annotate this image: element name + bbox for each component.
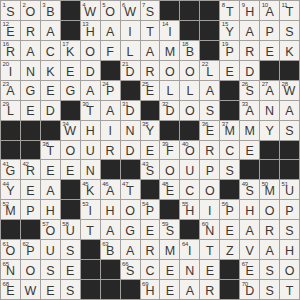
cell-r2c5[interactable]: 13H [81, 21, 100, 40]
cell-r13c4[interactable]: S [61, 240, 80, 259]
cell-r3c6[interactable]: F [101, 41, 120, 60]
cell-r15c8[interactable]: 69H [141, 280, 160, 299]
cell-r3c10[interactable]: 18B [180, 41, 199, 60]
black-cell-r13c5 [81, 240, 100, 259]
cell-r5c4[interactable]: G [61, 81, 80, 100]
cell-r14c10[interactable]: N [180, 260, 199, 279]
cell-letter: U [180, 160, 199, 179]
cell-r4c2[interactable]: N [21, 61, 40, 80]
cell-r3c2[interactable]: A [21, 41, 40, 60]
cell-letter: H [101, 200, 120, 219]
cell-r11c11[interactable]: I [200, 200, 219, 219]
cell-r6c13[interactable]: 33A [240, 101, 259, 120]
cell-r10c5[interactable]: 45K [81, 180, 100, 199]
cell-r10c15[interactable]: 51U [280, 180, 299, 199]
cell-r9c4[interactable]: E [61, 160, 80, 179]
cell-letter: E [200, 260, 219, 279]
cell-r14c1[interactable]: 65N [1, 260, 20, 279]
cell-r1c8[interactable]: 7S [141, 1, 160, 20]
black-cell-r7c1 [1, 121, 20, 140]
black-cell-r14c5 [81, 260, 100, 279]
cell-letter: Y [141, 121, 160, 140]
cell-r13c6[interactable]: 63B [101, 240, 120, 259]
cell-r4c13[interactable]: D [240, 61, 259, 80]
cell-r2c3[interactable]: A [41, 21, 60, 40]
cell-letter: S [260, 280, 279, 299]
cell-r3c7[interactable]: L [121, 41, 140, 60]
cell-r3c15[interactable]: K [280, 41, 299, 60]
cell-letter: I [160, 21, 179, 40]
cell-r3c1[interactable]: 16R [1, 41, 20, 60]
cell-r9c11[interactable]: P [200, 160, 219, 179]
cell-r1c5[interactable]: 4W [81, 1, 100, 20]
cell-letter: P [21, 240, 40, 259]
cell-letter: T [200, 240, 219, 259]
cell-r10c14[interactable]: 50M [260, 180, 279, 199]
cell-letter: P [21, 200, 40, 219]
cell-r3c5[interactable]: O [81, 41, 100, 60]
cell-r7c8[interactable]: 35Y [141, 121, 160, 140]
cell-letter: M [160, 240, 179, 259]
cell-r11c3[interactable]: H [41, 200, 60, 219]
cell-letter: K [280, 41, 299, 60]
cell-r5c2[interactable]: G [21, 81, 40, 100]
cell-r15c15[interactable]: T [280, 280, 299, 299]
cell-letter: E [41, 280, 60, 299]
black-cell-r15c5 [81, 280, 100, 299]
cell-letter: R [141, 61, 160, 80]
cell-r14c7[interactable]: 66S [121, 260, 140, 279]
cell-r2c8[interactable]: T [141, 21, 160, 40]
cell-letter: W [280, 81, 299, 100]
cell-letter: H [141, 280, 160, 299]
cell-letter: P [200, 160, 219, 179]
cell-r15c2[interactable]: W [21, 280, 40, 299]
black-cell-r6c4 [61, 101, 80, 120]
cell-r11c10[interactable]: 55H [180, 200, 199, 219]
cell-r13c8[interactable]: R [141, 240, 160, 259]
cell-r12c15[interactable]: S [280, 220, 299, 239]
cell-r11c5[interactable]: 53I [81, 200, 100, 219]
cell-r6c1[interactable]: 29L [1, 101, 20, 120]
cell-r7c14[interactable]: Y [260, 121, 279, 140]
cell-r12c7[interactable]: G [121, 220, 140, 239]
cell-letter: O [81, 41, 100, 60]
cell-r15c1[interactable]: 68E [1, 280, 20, 299]
cell-r14c15[interactable]: O [280, 260, 299, 279]
cell-letter: E [160, 180, 179, 199]
cell-r6c10[interactable]: O [180, 101, 199, 120]
cell-r2c2[interactable]: R [21, 21, 40, 40]
black-cell-r7c2 [21, 121, 40, 140]
cell-r12c8[interactable]: E [141, 220, 160, 239]
cell-r14c8[interactable]: C [141, 260, 160, 279]
cell-r8c13[interactable]: E [240, 141, 259, 160]
cell-r10c7[interactable]: 47T [121, 180, 140, 199]
cell-r12c4[interactable]: 58U [61, 220, 80, 239]
cell-r6c7[interactable]: 31D [121, 101, 140, 120]
black-cell-r9c13 [240, 160, 259, 179]
cell-r4c12[interactable]: E [220, 61, 239, 80]
cell-letter: S [61, 280, 80, 299]
cell-r3c4[interactable]: 17K [61, 41, 80, 60]
cell-r6c9[interactable]: 32D [160, 101, 179, 120]
cell-letter: S [200, 101, 219, 120]
cell-letter: E [240, 141, 259, 160]
cell-letter: O [160, 160, 179, 179]
cell-r14c4[interactable]: E [61, 260, 80, 279]
cell-r15c11[interactable]: R [200, 280, 219, 299]
cell-r5c15[interactable]: 28W [280, 81, 299, 100]
cell-r10c11[interactable]: O [200, 180, 219, 199]
cell-r8c11[interactable]: R [200, 141, 219, 160]
black-cell-r2c4 [61, 21, 80, 40]
cell-r9c3[interactable]: E [41, 160, 60, 179]
cell-r6c11[interactable]: S [200, 101, 219, 120]
cell-r7c13[interactable]: M [240, 121, 259, 140]
cell-letter: A [41, 21, 60, 40]
cell-letter: A [240, 101, 259, 120]
cell-letter: S [160, 220, 179, 239]
black-cell-r5c12 [220, 81, 239, 100]
cell-letter: A [240, 220, 259, 239]
black-cell-r7c9 [160, 121, 179, 140]
cell-r6c5[interactable]: 30T [81, 101, 100, 120]
cell-r13c2[interactable]: 62P [21, 240, 40, 259]
black-cell-r9c7 [121, 160, 140, 179]
cell-r9c1[interactable]: 41G [1, 160, 20, 179]
cell-letter: M [220, 121, 239, 140]
cell-r9c12[interactable]: S [220, 160, 239, 179]
cell-letter: N [121, 121, 140, 140]
cell-r11c8[interactable]: 54P [141, 200, 160, 219]
cell-letter: S [41, 260, 60, 279]
cell-r5c1[interactable]: 23A [1, 81, 20, 100]
cell-r15c4[interactable]: S [61, 280, 80, 299]
cell-letter: R [21, 160, 40, 179]
cell-r13c10[interactable]: 64I [180, 240, 199, 259]
cell-r7c6[interactable]: I [101, 121, 120, 140]
black-cell-r15c6 [101, 280, 120, 299]
cell-letter: C [141, 260, 160, 279]
cell-letter: R [260, 220, 279, 239]
cell-letter: R [101, 141, 120, 160]
cell-r1c1[interactable]: 1S [1, 1, 20, 20]
cell-r2c14[interactable]: P [260, 21, 279, 40]
cell-r4c4[interactable]: E [61, 61, 80, 80]
cell-r6c14[interactable]: N [260, 101, 279, 120]
cell-r11c6[interactable]: H [101, 200, 120, 219]
cell-r7c15[interactable]: S [280, 121, 299, 140]
cell-r11c2[interactable]: P [21, 200, 40, 219]
cell-r13c11[interactable]: T [200, 240, 219, 259]
cell-r1c7[interactable]: 6W [121, 1, 140, 20]
cell-letter: E [220, 61, 239, 80]
cell-r12c12[interactable]: E [220, 220, 239, 239]
black-cell-r15c7 [121, 280, 140, 299]
cell-letter: G [1, 160, 20, 179]
cell-letter: D [121, 141, 140, 160]
cell-r12c14[interactable]: R [260, 220, 279, 239]
black-cell-r10c8 [141, 180, 160, 199]
cell-letter: O [101, 1, 120, 20]
cell-letter: O [260, 200, 279, 219]
cell-letter: A [21, 41, 40, 60]
cell-r1c13[interactable]: 9H [240, 1, 259, 20]
cell-letter: E [21, 101, 40, 120]
cell-r10c13[interactable]: 49S [240, 180, 259, 199]
black-cell-r9c6 [101, 160, 120, 179]
cell-r3c9[interactable]: M [160, 41, 179, 60]
cell-r2c12[interactable]: 15Y [220, 21, 239, 40]
cell-r11c13[interactable]: H [240, 200, 259, 219]
cell-letter: I [81, 200, 100, 219]
cell-r12c13[interactable]: A [240, 220, 259, 239]
cell-letter: S [141, 1, 160, 20]
cell-r8c6[interactable]: R [101, 141, 120, 160]
cell-r14c2[interactable]: O [21, 260, 40, 279]
cell-r10c9[interactable]: 48E [160, 180, 179, 199]
cell-r8c10[interactable]: 40O [180, 141, 199, 160]
cell-letter: E [240, 260, 259, 279]
cell-r9c9[interactable]: O [160, 160, 179, 179]
cell-r13c15[interactable]: H [280, 240, 299, 259]
cell-r13c12[interactable]: Z [220, 240, 239, 259]
cell-letter: P [280, 200, 299, 219]
cell-r13c7[interactable]: A [121, 240, 140, 259]
cell-r8c7[interactable]: D [121, 141, 140, 160]
cell-r3c14[interactable]: E [260, 41, 279, 60]
cell-letter: P [101, 81, 120, 100]
cell-letter: T [141, 21, 160, 40]
cell-letter: H [280, 240, 299, 259]
cell-r15c3[interactable]: E [41, 280, 60, 299]
cell-letter: H [81, 21, 100, 40]
cell-r15c13[interactable]: 70D [240, 280, 259, 299]
cell-letter: E [41, 160, 60, 179]
cell-r1c3[interactable]: 3B [41, 1, 60, 20]
cell-r10c6[interactable]: 46A [101, 180, 120, 199]
cell-letter: K [41, 61, 60, 80]
cell-letter: A [260, 240, 279, 259]
cell-r8c12[interactable]: C [220, 141, 239, 160]
black-cell-r7c10 [180, 121, 199, 140]
cell-letter: N [1, 260, 20, 279]
black-cell-r11c4 [61, 200, 80, 219]
black-cell-r8c15 [280, 141, 299, 160]
cell-r2c6[interactable]: A [101, 21, 120, 40]
cell-r10c10[interactable]: C [180, 180, 199, 199]
cell-r8c4[interactable]: O [61, 141, 80, 160]
black-cell-r12c2 [21, 220, 40, 239]
cell-r5c11[interactable]: A [200, 81, 219, 100]
cell-r4c11[interactable]: 22L [200, 61, 219, 80]
cell-letter: B [180, 41, 199, 60]
cell-letter: H [180, 200, 199, 219]
cell-r3c3[interactable]: C [41, 41, 60, 60]
cell-letter: A [41, 180, 60, 199]
cell-r13c3[interactable]: U [41, 240, 60, 259]
black-cell-r12c10 [180, 220, 199, 239]
cell-letter: L [121, 41, 140, 60]
cell-r2c9[interactable]: 14I [160, 21, 179, 40]
black-cell-r5c7 [121, 81, 140, 100]
cell-r14c11[interactable]: E [200, 260, 219, 279]
cell-r12c5[interactable]: T [81, 220, 100, 239]
cell-letter: A [260, 1, 279, 20]
cell-r15c14[interactable]: S [260, 280, 279, 299]
cell-letter: M [260, 180, 279, 199]
cell-r3c13[interactable]: R [240, 41, 259, 60]
cell-letter: A [180, 280, 199, 299]
cell-letter: E [1, 21, 20, 40]
cell-r12c6[interactable]: A [101, 220, 120, 239]
cell-letter: C [41, 41, 60, 60]
cell-r7c5[interactable]: H [81, 121, 100, 140]
cell-r4c8[interactable]: R [141, 61, 160, 80]
cell-r8c8[interactable]: E [141, 141, 160, 160]
cell-letter: Y [260, 121, 279, 140]
cell-letter: I [1, 61, 20, 80]
cell-letter: G [61, 81, 80, 100]
cell-r2c15[interactable]: S [280, 21, 299, 40]
cell-r6c3[interactable]: D [41, 101, 60, 120]
cell-r9c2[interactable]: 42R [21, 160, 40, 179]
cell-r14c9[interactable]: E [160, 260, 179, 279]
cell-r12c11[interactable]: 60N [200, 220, 219, 239]
cell-r13c1[interactable]: 61O [1, 240, 20, 259]
cell-letter: E [141, 220, 160, 239]
cell-letter: S [240, 81, 259, 100]
cell-r4c1[interactable]: 20I [1, 61, 20, 80]
cell-r15c10[interactable]: A [180, 280, 199, 299]
cell-r5c10[interactable]: L [180, 81, 199, 100]
cell-r4c10[interactable]: O [180, 61, 199, 80]
cell-letter: T [41, 141, 60, 160]
cell-r10c1[interactable]: 44Y [1, 180, 20, 199]
black-cell-r14c6 [101, 260, 120, 279]
cell-r10c2[interactable]: E [21, 180, 40, 199]
cell-r1c6[interactable]: 5O [101, 1, 120, 20]
cell-r11c7[interactable]: O [121, 200, 140, 219]
cell-letter: A [101, 180, 120, 199]
cell-letter: N [81, 160, 100, 179]
cell-letter: E [160, 260, 179, 279]
cell-letter: M [240, 121, 259, 140]
cell-r14c14[interactable]: S [260, 260, 279, 279]
cell-letter: E [61, 61, 80, 80]
cell-r8c5[interactable]: U [81, 141, 100, 160]
cell-r7c11[interactable]: 36E [200, 121, 219, 140]
cell-r4c9[interactable]: O [160, 61, 179, 80]
cell-letter: R [21, 21, 40, 40]
cell-letter: K [61, 41, 80, 60]
cell-r2c1[interactable]: 12E [1, 21, 20, 40]
cell-letter: O [1, 240, 20, 259]
cell-r1c2[interactable]: 2O [21, 1, 40, 20]
cell-r8c9[interactable]: 39F [160, 141, 179, 160]
cell-r2c13[interactable]: A [240, 21, 259, 40]
cell-letter: O [180, 101, 199, 120]
cell-letter: E [1, 280, 20, 299]
cell-letter: S [121, 260, 140, 279]
cell-r11c15[interactable]: P [280, 200, 299, 219]
cell-letter: S [260, 260, 279, 279]
cell-letter: F [101, 41, 120, 60]
cell-r3c8[interactable]: A [141, 41, 160, 60]
cell-letter: Y [220, 21, 239, 40]
cell-r2c7[interactable]: I [121, 21, 140, 40]
cell-r14c13[interactable]: 67E [240, 260, 259, 279]
cell-letter: N [200, 220, 219, 239]
cell-r9c5[interactable]: N [81, 160, 100, 179]
cell-r15c9[interactable]: E [160, 280, 179, 299]
cell-letter: L [160, 81, 179, 100]
cell-letter: K [81, 180, 100, 199]
cell-r4c7[interactable]: 21D [121, 61, 140, 80]
cell-r12c9[interactable]: 59S [160, 220, 179, 239]
cell-letter: R [200, 280, 219, 299]
cell-r7c4[interactable]: 34W [61, 121, 80, 140]
cell-r5c9[interactable]: L [160, 81, 179, 100]
cell-r12c3[interactable]: 57O [41, 220, 60, 239]
cell-letter: O [180, 141, 199, 160]
cell-r3c12[interactable]: 19P [220, 41, 239, 60]
black-cell-r1c4 [61, 1, 80, 20]
black-cell-r1c9 [160, 1, 179, 20]
cell-r4c5[interactable]: D [81, 61, 100, 80]
cell-r5c6[interactable]: 24P [101, 81, 120, 100]
cell-r5c13[interactable]: 26S [240, 81, 259, 100]
cell-r6c6[interactable]: A [101, 101, 120, 120]
cell-r9c10[interactable]: U [180, 160, 199, 179]
cell-r5c5[interactable]: A [81, 81, 100, 100]
cell-letter: A [1, 81, 20, 100]
cell-r1c15[interactable]: 11T [280, 1, 299, 20]
cell-letter: P [220, 200, 239, 219]
cell-r13c9[interactable]: M [160, 240, 179, 259]
cell-r14c3[interactable]: S [41, 260, 60, 279]
cell-r4c3[interactable]: K [41, 61, 60, 80]
cell-letter: O [41, 220, 60, 239]
cell-letter: W [21, 280, 40, 299]
cell-letter: D [121, 101, 140, 120]
cell-r1c14[interactable]: 10A [260, 1, 279, 20]
cell-r10c3[interactable]: A [41, 180, 60, 199]
cell-r7c12[interactable]: 37M [220, 121, 239, 140]
cell-r11c12[interactable]: 56P [220, 200, 239, 219]
cell-r6c15[interactable]: A [280, 101, 299, 120]
cell-r11c1[interactable]: 52M [1, 200, 20, 219]
cell-r7c7[interactable]: N [121, 121, 140, 140]
cell-r5c14[interactable]: 27A [260, 81, 279, 100]
cell-letter: S [61, 240, 80, 259]
cell-letter: F [160, 141, 179, 160]
cell-r13c13[interactable]: V [240, 240, 259, 259]
cell-r11c14[interactable]: O [260, 200, 279, 219]
cell-r8c3[interactable]: 38T [41, 141, 60, 160]
cell-letter: O [21, 1, 40, 20]
cell-letter: A [101, 21, 120, 40]
cell-r13c14[interactable]: A [260, 240, 279, 259]
cell-r9c8[interactable]: 43S [141, 160, 160, 179]
cell-letter: U [81, 141, 100, 160]
cell-r6c2[interactable]: E [21, 101, 40, 120]
cell-letter: A [260, 81, 279, 100]
cell-r5c3[interactable]: E [41, 81, 60, 100]
cell-r5c8[interactable]: 25E [141, 81, 160, 100]
cell-r1c12[interactable]: 8T [220, 1, 239, 20]
